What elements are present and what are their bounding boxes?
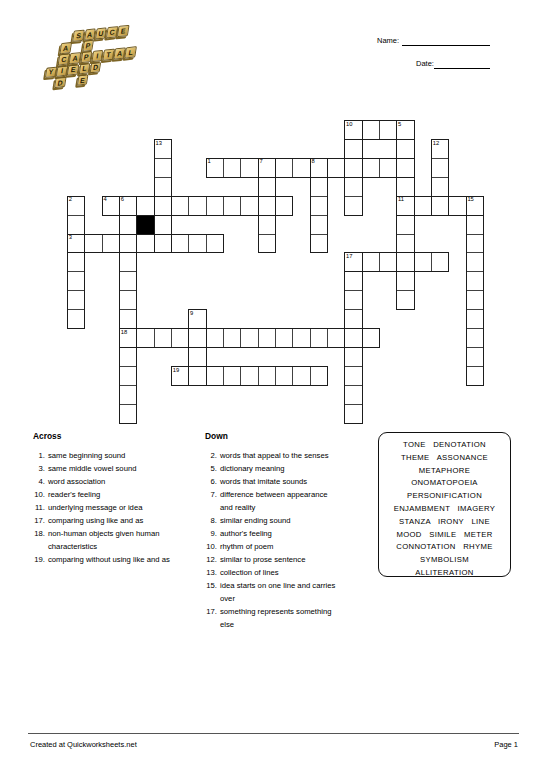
- clue-number: 13.: [205, 566, 217, 579]
- word-bank-line-3: METAPHORE: [379, 465, 510, 478]
- cell-number-4: 4: [103, 197, 106, 203]
- clue-number: 4.: [33, 475, 45, 488]
- grid-cell-r2c17[interactable]: [362, 158, 380, 178]
- grid-cell-r4c9[interactable]: [223, 196, 241, 216]
- grid-cell-r5c11[interactable]: [258, 215, 276, 235]
- grid-cell-r8c23[interactable]: [466, 271, 484, 291]
- clue-number: 19.: [33, 553, 45, 566]
- clues-across-section: Across 1.same beginning sound3.same midd…: [33, 431, 174, 566]
- clue-number: 10.: [33, 488, 45, 501]
- worksheet-page: SAUCEAPCAPITALYIELDDE Name: Date: 134101…: [0, 0, 548, 776]
- grid-cell-r5c19[interactable]: [396, 215, 414, 235]
- grid-cell-r2c13[interactable]: [292, 158, 310, 178]
- grid-cell-r9c3[interactable]: [119, 290, 137, 310]
- word-bank-line-9: CONNOTATION RHYME: [379, 541, 510, 554]
- clue-text: comparing using like and as: [48, 514, 174, 527]
- grid-cell-r8c16[interactable]: [344, 271, 362, 291]
- grid-cell-r11c11[interactable]: [258, 328, 276, 348]
- grid-cell-r8c0[interactable]: [67, 271, 85, 291]
- grid-cell-r7c19[interactable]: [396, 252, 414, 272]
- grid-cell-r12c3[interactable]: [119, 347, 137, 367]
- grid-cell-r10c3[interactable]: [119, 309, 137, 329]
- grid-cell-r6c3[interactable]: [119, 234, 137, 254]
- grid-cell-r15c16[interactable]: [344, 404, 362, 424]
- grid-cell-r5c23[interactable]: [466, 215, 484, 235]
- clue-down-5: 5.dictionary meaning: [205, 462, 345, 475]
- down-header: Down: [205, 431, 345, 441]
- grid-cell-r2c9[interactable]: [223, 158, 241, 178]
- clue-number: 6.: [205, 475, 217, 488]
- grid-cell-r11c14[interactable]: [310, 328, 328, 348]
- grid-cell-r9c23[interactable]: [466, 290, 484, 310]
- grid-cell-r11c23[interactable]: [466, 328, 484, 348]
- black-cell-r5c4: [136, 215, 154, 235]
- grid-cell-r6c4[interactable]: [136, 234, 154, 254]
- clue-text: collection of lines: [220, 566, 342, 579]
- word-bank-line-7: STANZA IRONY LINE: [379, 516, 510, 529]
- grid-cell-r12c7[interactable]: [188, 347, 206, 367]
- cell-number-10: 10: [346, 122, 352, 128]
- clue-number: 3.: [33, 462, 45, 475]
- clue-down-9: 9.author's feeling: [205, 527, 345, 540]
- grid-cell-r4c12[interactable]: [275, 196, 293, 216]
- word-bank-line-10: SYMBOLISM: [379, 554, 510, 567]
- clue-across-19: 19.comparing without using like and as: [33, 553, 174, 566]
- grid-cell-r6c6[interactable]: [171, 234, 189, 254]
- grid-cell-r2c5[interactable]: [154, 158, 172, 178]
- clue-text: similar ending sound: [220, 514, 342, 527]
- clue-down-12: 12.similar to prose sentence: [205, 553, 345, 566]
- grid-cell-r5c3[interactable]: [119, 215, 137, 235]
- clue-text: reader's feeling: [48, 488, 174, 501]
- cell-number-18: 18: [121, 330, 127, 336]
- grid-cell-r7c0[interactable]: [67, 252, 85, 272]
- crossword-grid: 1341011171819256789121315: [0, 0, 548, 430]
- clue-number: 17.: [205, 605, 217, 631]
- clues-down-list: 2.words that appeal to the senses5.dicti…: [205, 449, 345, 631]
- grid-cell-r6c5[interactable]: [154, 234, 172, 254]
- clue-text: author's feeling: [220, 527, 342, 540]
- cell-number-17: 17: [346, 254, 352, 260]
- cell-number-7: 7: [259, 159, 262, 165]
- grid-cell-r2c21[interactable]: [431, 158, 449, 178]
- grid-cell-r13c8[interactable]: [206, 366, 224, 386]
- cell-number-5: 5: [398, 122, 401, 128]
- word-bank-line-8: MOOD SIMILE METER: [379, 529, 510, 542]
- grid-cell-r6c7[interactable]: [188, 234, 206, 254]
- clue-number: 15.: [205, 579, 217, 605]
- grid-cell-r4c14[interactable]: [310, 196, 328, 216]
- grid-cell-r4c20[interactable]: [414, 196, 432, 216]
- grid-cell-r3c14[interactable]: [310, 177, 328, 197]
- grid-cell-r1c16[interactable]: [344, 139, 362, 159]
- cell-number-1: 1: [207, 159, 210, 165]
- clue-across-11: 11.underlying message or idea: [33, 501, 174, 514]
- clue-number: 5.: [205, 462, 217, 475]
- clue-text: comparing without using like and as: [48, 553, 174, 566]
- clue-across-3: 3.same middle vowel sound: [33, 462, 174, 475]
- grid-cell-r11c5[interactable]: [154, 328, 172, 348]
- grid-cell-r6c1[interactable]: [84, 234, 102, 254]
- clue-number: 18.: [33, 527, 45, 553]
- grid-cell-r7c17[interactable]: [362, 252, 380, 272]
- clue-text: same beginning sound: [48, 449, 174, 462]
- clue-number: 11.: [33, 501, 45, 514]
- grid-cell-r9c16[interactable]: [344, 290, 362, 310]
- grid-cell-r13c7[interactable]: [188, 366, 206, 386]
- grid-cell-r13c11[interactable]: [258, 366, 276, 386]
- clue-text: non-human objects given human characteri…: [48, 527, 174, 553]
- clue-text: words that appeal to the senses: [220, 449, 342, 462]
- cell-number-19: 19: [173, 368, 179, 374]
- grid-cell-r13c14[interactable]: [310, 366, 328, 386]
- grid-cell-r2c16[interactable]: [344, 158, 362, 178]
- word-bank-line-2: THEME ASSONANCE: [379, 452, 510, 465]
- grid-cell-r2c10[interactable]: [240, 158, 258, 178]
- grid-cell-r4c16[interactable]: [344, 196, 362, 216]
- grid-cell-r11c4[interactable]: [136, 328, 154, 348]
- cell-number-6: 6: [121, 197, 124, 203]
- grid-cell-r4c7[interactable]: [188, 196, 206, 216]
- word-bank-line-11: ALLITERATION: [379, 567, 510, 580]
- clue-text: rhythm of poem: [220, 540, 342, 553]
- grid-cell-r11c9[interactable]: [223, 328, 241, 348]
- clue-down-13: 13.collection of lines: [205, 566, 345, 579]
- clues-across-list: 1.same beginning sound3.same middle vowe…: [33, 449, 174, 566]
- clue-text: difference between appearance and realit…: [220, 488, 342, 514]
- clue-down-6: 6.words that imitate sounds: [205, 475, 345, 488]
- footer-divider: [28, 733, 519, 734]
- clue-number: 10.: [205, 540, 217, 553]
- grid-cell-r0c18[interactable]: [379, 120, 397, 140]
- grid-cell-r7c20[interactable]: [414, 252, 432, 272]
- clue-across-17: 17.comparing using like and as: [33, 514, 174, 527]
- grid-cell-r4c5[interactable]: [154, 196, 172, 216]
- cell-number-3: 3: [69, 235, 72, 241]
- clue-number: 7.: [205, 488, 217, 514]
- clue-text: idea starts on one line and carries over: [220, 579, 342, 605]
- grid-cell-r13c12[interactable]: [275, 366, 293, 386]
- grid-cell-r8c19[interactable]: [396, 271, 414, 291]
- cell-number-11: 11: [398, 197, 404, 203]
- grid-cell-r6c19[interactable]: [396, 234, 414, 254]
- clue-text: words that imitate sounds: [220, 475, 342, 488]
- grid-cell-r4c22[interactable]: [448, 196, 466, 216]
- clue-down-7: 7.difference between appearance and real…: [205, 488, 345, 514]
- grid-cell-r10c0[interactable]: [67, 309, 85, 329]
- clue-text: dictionary meaning: [220, 462, 342, 475]
- grid-cell-r4c21[interactable]: [431, 196, 449, 216]
- grid-cell-r9c19[interactable]: [396, 290, 414, 310]
- grid-cell-r8c3[interactable]: [119, 271, 137, 291]
- clue-down-10: 10.rhythm of poem: [205, 540, 345, 553]
- grid-cell-r4c4[interactable]: [136, 196, 154, 216]
- clue-across-4: 4.word association: [33, 475, 174, 488]
- grid-cell-r13c3[interactable]: [119, 366, 137, 386]
- grid-cell-r15c3[interactable]: [119, 404, 137, 424]
- clue-number: 9.: [205, 527, 217, 540]
- word-bank: TONE DENOTATIONTHEME ASSONANCEMETAPHOREO…: [378, 432, 511, 577]
- grid-cell-r1c19[interactable]: [396, 139, 414, 159]
- grid-cell-r11c6[interactable]: [171, 328, 189, 348]
- word-bank-line-5: PERSONIFICATION: [379, 490, 510, 503]
- grid-cell-r3c16[interactable]: [344, 177, 362, 197]
- grid-cell-r13c9[interactable]: [223, 366, 241, 386]
- grid-cell-r6c8[interactable]: [206, 234, 224, 254]
- clue-number: 1.: [33, 449, 45, 462]
- grid-cell-r11c7[interactable]: [188, 328, 206, 348]
- grid-cell-r11c15[interactable]: [327, 328, 345, 348]
- grid-cell-r13c16[interactable]: [344, 366, 362, 386]
- clue-across-10: 10.reader's feeling: [33, 488, 174, 501]
- cell-number-9: 9: [190, 311, 193, 317]
- grid-cell-r4c10[interactable]: [240, 196, 258, 216]
- cell-number-13: 13: [155, 141, 161, 147]
- clue-down-8: 8.similar ending sound: [205, 514, 345, 527]
- word-bank-line-4: ONOMATOPOEIA: [379, 477, 510, 490]
- footer-page-number: Page 1: [494, 740, 518, 749]
- grid-cell-r11c12[interactable]: [275, 328, 293, 348]
- grid-cell-r12c23[interactable]: [466, 347, 484, 367]
- grid-cell-r2c18[interactable]: [379, 158, 397, 178]
- grid-cell-r7c3[interactable]: [119, 252, 137, 272]
- grid-cell-r11c13[interactable]: [292, 328, 310, 348]
- word-bank-line-1: TONE DENOTATION: [379, 439, 510, 452]
- grid-cell-r2c12[interactable]: [275, 158, 293, 178]
- grid-cell-r7c18[interactable]: [379, 252, 397, 272]
- grid-cell-r3c11[interactable]: [258, 177, 276, 197]
- clue-text: something represents something else: [220, 605, 342, 631]
- grid-cell-r5c0[interactable]: [67, 215, 85, 235]
- grid-cell-r11c17[interactable]: [362, 328, 380, 348]
- grid-cell-r11c10[interactable]: [240, 328, 258, 348]
- grid-cell-r9c0[interactable]: [67, 290, 85, 310]
- grid-cell-r12c16[interactable]: [344, 347, 362, 367]
- grid-cell-r2c19[interactable]: [396, 158, 414, 178]
- clue-number: 8.: [205, 514, 217, 527]
- grid-cell-r6c14[interactable]: [310, 234, 328, 254]
- grid-cell-r3c21[interactable]: [431, 177, 449, 197]
- grid-cell-r4c6[interactable]: [171, 196, 189, 216]
- grid-cell-r3c19[interactable]: [396, 177, 414, 197]
- clue-number: 17.: [33, 514, 45, 527]
- across-header: Across: [33, 431, 174, 441]
- grid-cell-r10c23[interactable]: [466, 309, 484, 329]
- clue-down-17: 17.something represents something else: [205, 605, 345, 631]
- grid-cell-r6c2[interactable]: [102, 234, 120, 254]
- grid-cell-r5c14[interactable]: [310, 215, 328, 235]
- grid-cell-r0c17[interactable]: [362, 120, 380, 140]
- clue-number: 12.: [205, 553, 217, 566]
- grid-cell-r4c8[interactable]: [206, 196, 224, 216]
- grid-cell-r5c5[interactable]: [154, 215, 172, 235]
- clue-across-18: 18.non-human objects given human charact…: [33, 527, 174, 553]
- word-bank-line-6: ENJAMBMENT IMAGERY: [379, 503, 510, 516]
- grid-cell-r13c13[interactable]: [292, 366, 310, 386]
- clues-down-section: Down 2.words that appeal to the senses5.…: [205, 431, 345, 631]
- clue-text: same middle vowel sound: [48, 462, 174, 475]
- grid-cell-r6c11[interactable]: [258, 234, 276, 254]
- clue-number: 2.: [205, 449, 217, 462]
- grid-cell-r11c16[interactable]: [344, 328, 362, 348]
- grid-cell-r6c23[interactable]: [466, 234, 484, 254]
- grid-cell-r2c15[interactable]: [327, 158, 345, 178]
- grid-cell-r3c5[interactable]: [154, 177, 172, 197]
- grid-cell-r4c11[interactable]: [258, 196, 276, 216]
- clue-text: similar to prose sentence: [220, 553, 342, 566]
- cell-number-15: 15: [467, 197, 473, 203]
- clue-across-1: 1.same beginning sound: [33, 449, 174, 462]
- grid-cell-r14c3[interactable]: [119, 385, 137, 405]
- grid-cell-r11c8[interactable]: [206, 328, 224, 348]
- cell-number-8: 8: [311, 159, 314, 165]
- cell-number-2: 2: [69, 197, 72, 203]
- clue-down-2: 2.words that appeal to the senses: [205, 449, 345, 462]
- grid-cell-r7c21[interactable]: [431, 252, 449, 272]
- grid-cell-r13c10[interactable]: [240, 366, 258, 386]
- clue-text: underlying message or idea: [48, 501, 174, 514]
- grid-cell-r13c23[interactable]: [466, 366, 484, 386]
- grid-cell-r7c23[interactable]: [466, 252, 484, 272]
- clue-text: word association: [48, 475, 174, 488]
- grid-cell-r10c16[interactable]: [344, 309, 362, 329]
- clue-down-15: 15.idea starts on one line and carries o…: [205, 579, 345, 605]
- grid-cell-r14c16[interactable]: [344, 385, 362, 405]
- footer-created-text: Created at Quickworksheets.net: [30, 740, 137, 749]
- cell-number-12: 12: [433, 141, 439, 147]
